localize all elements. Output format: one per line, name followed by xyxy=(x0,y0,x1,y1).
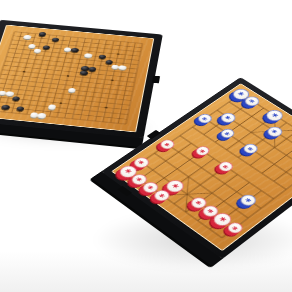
go-board-surface xyxy=(0,25,154,133)
white-stone xyxy=(5,91,14,96)
piece-character: * xyxy=(241,196,255,206)
piece-character: * xyxy=(267,128,280,137)
go-grid xyxy=(0,25,153,131)
star-point xyxy=(23,71,26,73)
piece-character: * xyxy=(228,224,240,233)
piece-character: * xyxy=(221,114,234,123)
piece-character: * xyxy=(154,191,168,201)
piece-character: * xyxy=(214,215,229,226)
piece-character: * xyxy=(221,130,232,138)
piece-character: * xyxy=(233,90,247,99)
star-point xyxy=(111,79,114,81)
piece-character: * xyxy=(132,175,146,185)
xiangqi-tray-clasp-bottom xyxy=(117,186,132,197)
go-tray-clasp xyxy=(152,76,160,84)
star-point xyxy=(105,107,108,109)
product-photo: ********************** xyxy=(0,0,292,292)
piece-character: * xyxy=(244,145,255,153)
star-point xyxy=(117,53,120,55)
piece-character: * xyxy=(219,163,230,171)
star-point xyxy=(59,102,62,104)
piece-character: * xyxy=(191,198,205,208)
piece-character: * xyxy=(143,183,157,193)
star-point xyxy=(67,75,70,77)
piece-character: * xyxy=(267,111,281,120)
piece-character: * xyxy=(161,141,172,149)
piece-character: * xyxy=(167,182,182,192)
black-stone xyxy=(71,48,79,53)
go-board-scene xyxy=(0,20,163,139)
piece-character: * xyxy=(196,148,207,156)
piece-character: * xyxy=(198,116,209,124)
piece-character: * xyxy=(134,158,147,167)
go-board-tray xyxy=(0,20,163,139)
piece-character: * xyxy=(245,97,258,105)
